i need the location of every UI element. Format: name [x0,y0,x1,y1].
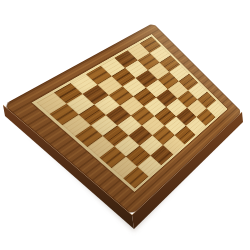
chessboard-product-photo [0,0,250,250]
